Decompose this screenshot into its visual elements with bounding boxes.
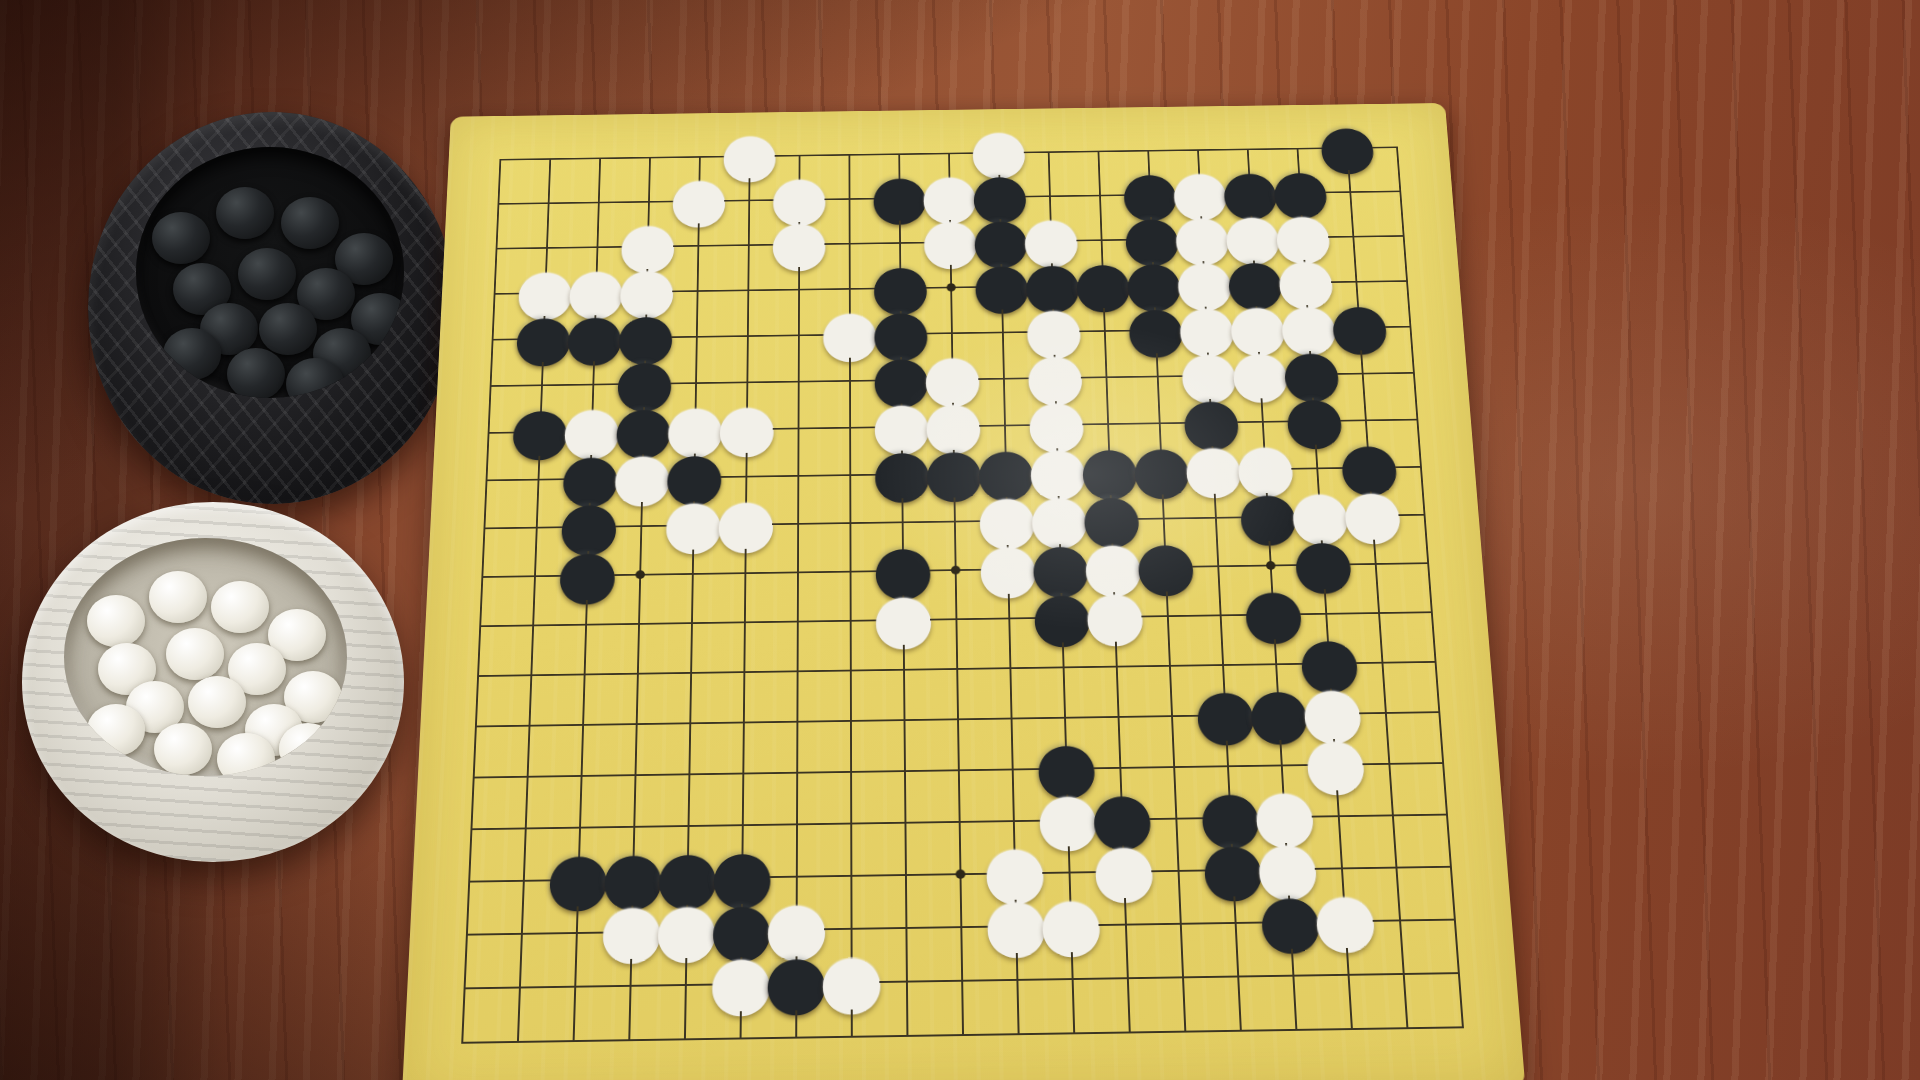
point-7-8[interactable] (772, 452, 824, 500)
point-1-1[interactable] (474, 137, 526, 182)
point-3-3[interactable] (571, 224, 623, 270)
point-18-17[interactable] (1371, 894, 1429, 948)
point-15-8[interactable]: ● (1187, 446, 1241, 494)
point-5-16[interactable]: ● (660, 852, 715, 905)
point-17-11[interactable] (1298, 589, 1354, 639)
point-2-14[interactable] (500, 751, 556, 803)
point-5-13[interactable] (663, 698, 717, 750)
point-17-18[interactable] (1319, 948, 1377, 1003)
point-13-8[interactable]: ● (1083, 447, 1137, 495)
point-8-18[interactable]: ● (824, 955, 879, 1010)
point-5-14[interactable] (662, 748, 717, 800)
point-14-9[interactable] (1137, 494, 1191, 543)
point-5-3[interactable] (673, 223, 724, 269)
point-16-13[interactable]: ● (1251, 689, 1307, 740)
point-19-3[interactable] (1377, 213, 1431, 259)
point-11-19[interactable] (990, 1007, 1047, 1063)
point-3-15[interactable] (552, 801, 608, 854)
point-19-2[interactable] (1374, 169, 1427, 214)
point-8-12[interactable] (824, 645, 877, 696)
point-17-17[interactable]: ● (1316, 894, 1374, 948)
point-4-12[interactable] (611, 648, 665, 699)
point-14-15[interactable] (1148, 792, 1204, 845)
point-8-19[interactable] (824, 1009, 880, 1065)
point-3-5[interactable]: ● (568, 315, 620, 362)
point-6-10[interactable] (719, 548, 772, 598)
point-3-7[interactable]: ● (565, 408, 618, 456)
point-13-9[interactable]: ● (1085, 495, 1139, 544)
point-15-18[interactable] (1209, 949, 1267, 1004)
point-12-8[interactable]: ● (1031, 448, 1084, 496)
point-1-5[interactable] (466, 316, 519, 363)
point-16-6[interactable]: ● (1233, 352, 1287, 399)
point-10-12[interactable] (930, 644, 984, 695)
point-6-7[interactable]: ● (721, 405, 773, 453)
point-15-15[interactable]: ● (1202, 792, 1259, 845)
point-16-12[interactable] (1248, 639, 1304, 690)
point-13-10[interactable]: ● (1086, 543, 1140, 593)
point-12-17[interactable]: ● (1043, 898, 1099, 952)
point-14-3[interactable]: ● (1126, 217, 1178, 263)
point-7-1[interactable] (774, 133, 824, 178)
point-13-19[interactable] (1101, 1005, 1159, 1060)
point-7-4[interactable] (774, 267, 825, 313)
point-11-9[interactable]: ● (981, 496, 1034, 545)
point-5-11[interactable] (665, 598, 719, 648)
point-13-1[interactable] (1073, 129, 1124, 174)
point-10-19[interactable] (935, 1007, 991, 1063)
point-13-18[interactable] (1099, 951, 1156, 1006)
point-11-3[interactable]: ● (975, 219, 1026, 265)
point-11-4[interactable]: ● (976, 264, 1028, 310)
point-9-1[interactable] (874, 132, 924, 177)
point-10-5[interactable] (926, 310, 978, 357)
point-1-9[interactable] (457, 504, 511, 553)
point-2-18[interactable] (491, 960, 548, 1015)
point-11-16[interactable]: ● (987, 847, 1043, 900)
point-2-12[interactable] (504, 650, 559, 701)
point-15-1[interactable] (1172, 128, 1224, 173)
point-9-9[interactable] (876, 498, 929, 547)
point-17-2[interactable]: ● (1274, 170, 1327, 215)
point-11-12[interactable] (983, 643, 1037, 694)
point-4-9[interactable] (615, 502, 668, 551)
point-7-11[interactable] (771, 597, 824, 647)
point-11-18[interactable] (989, 953, 1045, 1008)
point-6-16[interactable]: ● (715, 851, 770, 904)
point-8-13[interactable] (824, 695, 878, 746)
point-1-7[interactable] (462, 409, 516, 457)
point-1-12[interactable] (450, 651, 505, 702)
point-16-18[interactable] (1264, 948, 1322, 1003)
point-4-1[interactable] (624, 135, 675, 180)
point-4-13[interactable] (609, 698, 664, 750)
point-2-17[interactable] (493, 907, 550, 961)
point-12-10[interactable]: ● (1034, 544, 1088, 594)
point-12-18[interactable] (1044, 952, 1101, 1007)
point-6-3[interactable] (723, 222, 774, 268)
point-15-9[interactable] (1189, 493, 1244, 542)
point-4-19[interactable] (601, 1013, 658, 1069)
point-2-13[interactable] (502, 700, 557, 752)
point-15-7[interactable]: ● (1184, 399, 1238, 447)
point-18-2[interactable] (1324, 170, 1377, 215)
point-19-14[interactable] (1414, 737, 1472, 789)
point-12-19[interactable] (1046, 1006, 1103, 1061)
point-17-19[interactable] (1323, 1001, 1382, 1056)
point-7-10[interactable] (772, 548, 825, 598)
point-7-14[interactable] (770, 747, 824, 799)
point-17-4[interactable]: ● (1279, 259, 1332, 305)
point-13-16[interactable]: ● (1096, 845, 1152, 898)
point-18-4[interactable] (1330, 259, 1384, 305)
point-15-3[interactable]: ● (1176, 216, 1229, 262)
point-5-1[interactable] (674, 135, 725, 180)
point-19-15[interactable] (1418, 788, 1476, 841)
point-8-7[interactable] (824, 404, 876, 452)
point-18-19[interactable] (1378, 1001, 1437, 1056)
point-6-13[interactable] (717, 697, 771, 749)
point-12-15[interactable]: ● (1040, 794, 1096, 847)
point-13-7[interactable] (1082, 400, 1135, 448)
point-3-14[interactable] (554, 750, 609, 802)
point-9-13[interactable] (878, 694, 932, 745)
point-16-2[interactable]: ● (1224, 171, 1276, 216)
point-19-17[interactable] (1426, 893, 1485, 947)
point-14-13[interactable] (1144, 690, 1200, 741)
point-8-10[interactable] (824, 547, 877, 597)
point-3-8[interactable]: ● (564, 455, 617, 503)
point-17-9[interactable]: ● (1293, 492, 1348, 541)
point-9-14[interactable] (878, 745, 932, 797)
point-6-11[interactable] (718, 597, 771, 647)
point-4-17[interactable]: ● (604, 905, 660, 959)
point-7-6[interactable] (773, 358, 825, 405)
point-4-5[interactable]: ● (620, 314, 672, 361)
point-16-17[interactable]: ● (1262, 895, 1320, 949)
point-2-3[interactable] (521, 225, 573, 271)
point-19-13[interactable] (1411, 687, 1468, 738)
point-17-16[interactable] (1313, 842, 1371, 895)
point-13-14[interactable] (1093, 742, 1149, 794)
point-18-18[interactable] (1374, 947, 1433, 1002)
point-2-6[interactable] (515, 362, 568, 409)
point-10-17[interactable] (934, 900, 990, 954)
point-16-19[interactable] (1267, 1002, 1326, 1057)
point-8-9[interactable] (824, 499, 876, 548)
point-8-1[interactable] (824, 133, 874, 178)
point-10-13[interactable] (931, 694, 985, 745)
point-6-2[interactable] (724, 178, 775, 223)
point-6-18[interactable]: ● (713, 957, 769, 1012)
point-1-10[interactable] (455, 552, 510, 602)
point-10-10[interactable] (929, 545, 982, 595)
point-14-19[interactable] (1156, 1004, 1214, 1059)
point-1-4[interactable] (468, 271, 521, 317)
point-5-18[interactable] (658, 958, 714, 1013)
point-17-7[interactable]: ● (1287, 397, 1341, 445)
point-5-9[interactable]: ● (667, 501, 720, 550)
point-19-5[interactable] (1383, 303, 1437, 350)
point-3-13[interactable] (555, 699, 610, 751)
point-4-18[interactable] (602, 958, 659, 1013)
point-19-8[interactable] (1393, 443, 1448, 491)
point-16-16[interactable]: ● (1259, 843, 1316, 896)
point-12-4[interactable]: ● (1027, 263, 1079, 309)
point-14-6[interactable] (1131, 353, 1184, 400)
point-12-14[interactable]: ● (1039, 743, 1094, 795)
point-18-1[interactable]: ● (1321, 126, 1374, 171)
point-11-7[interactable] (979, 402, 1032, 450)
point-12-6[interactable]: ● (1029, 354, 1082, 401)
point-9-7[interactable]: ● (876, 403, 928, 451)
point-15-12[interactable] (1195, 640, 1251, 691)
point-1-14[interactable] (446, 752, 502, 804)
point-17-6[interactable]: ● (1284, 351, 1338, 398)
point-1-2[interactable] (472, 181, 524, 226)
point-17-8[interactable] (1290, 444, 1345, 492)
point-12-9[interactable]: ● (1033, 496, 1087, 545)
point-3-19[interactable] (545, 1013, 602, 1069)
point-17-5[interactable]: ● (1282, 305, 1336, 352)
point-5-7[interactable]: ● (669, 406, 721, 454)
point-17-10[interactable]: ● (1296, 540, 1351, 590)
point-18-3[interactable] (1327, 214, 1380, 260)
point-4-6[interactable]: ● (618, 360, 670, 407)
point-4-14[interactable] (608, 749, 663, 801)
point-13-2[interactable] (1074, 173, 1126, 218)
point-7-2[interactable]: ● (774, 177, 824, 222)
point-3-9[interactable]: ● (562, 502, 616, 551)
point-18-15[interactable] (1364, 789, 1422, 842)
point-5-8[interactable]: ● (668, 453, 721, 501)
point-9-2[interactable]: ● (874, 176, 925, 221)
point-6-8[interactable] (720, 452, 772, 500)
point-14-10[interactable]: ● (1139, 542, 1194, 592)
point-3-17[interactable] (548, 906, 605, 960)
point-7-18[interactable]: ● (769, 956, 824, 1011)
point-6-5[interactable] (722, 313, 774, 360)
point-12-12[interactable] (1036, 642, 1091, 693)
point-17-15[interactable] (1310, 790, 1367, 843)
point-6-15[interactable] (715, 799, 770, 852)
point-6-9[interactable]: ● (719, 500, 772, 549)
point-2-1[interactable] (524, 137, 575, 182)
point-12-16[interactable] (1042, 846, 1098, 899)
point-9-4[interactable]: ● (875, 265, 926, 311)
point-14-7[interactable] (1133, 399, 1187, 447)
point-10-11[interactable] (930, 594, 984, 644)
point-19-19[interactable] (1433, 1000, 1493, 1055)
point-12-7[interactable]: ● (1030, 401, 1083, 449)
point-14-2[interactable]: ● (1124, 172, 1176, 217)
point-16-7[interactable] (1236, 398, 1290, 446)
point-2-4[interactable]: ● (519, 270, 571, 316)
point-15-6[interactable]: ● (1182, 352, 1236, 399)
point-10-16[interactable] (933, 848, 988, 901)
point-18-8[interactable]: ● (1342, 444, 1397, 492)
point-6-4[interactable] (723, 267, 774, 313)
point-6-1[interactable]: ● (724, 134, 774, 179)
point-9-18[interactable] (879, 954, 935, 1009)
point-7-3[interactable]: ● (774, 222, 825, 268)
point-16-1[interactable] (1222, 127, 1274, 172)
point-7-19[interactable] (768, 1010, 824, 1066)
point-12-3[interactable]: ● (1025, 218, 1077, 264)
point-13-3[interactable] (1076, 217, 1128, 263)
point-8-17[interactable] (824, 902, 879, 956)
point-16-15[interactable]: ● (1256, 791, 1313, 844)
point-2-19[interactable] (489, 1014, 547, 1070)
point-4-15[interactable] (606, 800, 661, 853)
point-3-1[interactable] (574, 136, 625, 181)
point-4-2[interactable] (623, 179, 674, 224)
point-18-13[interactable] (1358, 687, 1415, 738)
point-7-15[interactable] (770, 798, 824, 851)
point-14-8[interactable]: ● (1135, 447, 1189, 495)
point-8-5[interactable]: ● (824, 311, 875, 358)
point-3-16[interactable]: ● (550, 853, 606, 907)
point-5-19[interactable] (657, 1012, 714, 1068)
point-5-6[interactable] (670, 360, 722, 407)
point-11-5[interactable] (977, 309, 1029, 356)
point-11-1[interactable]: ● (974, 131, 1025, 176)
point-10-15[interactable] (932, 796, 987, 849)
point-17-1[interactable] (1271, 126, 1323, 171)
point-2-11[interactable] (506, 600, 561, 650)
point-19-11[interactable] (1404, 587, 1460, 637)
point-5-10[interactable] (666, 549, 719, 599)
point-15-5[interactable]: ● (1180, 306, 1233, 353)
point-1-13[interactable] (448, 701, 504, 753)
point-14-1[interactable] (1122, 129, 1174, 174)
point-10-14[interactable] (932, 744, 987, 796)
point-18-7[interactable] (1339, 397, 1394, 445)
point-9-11[interactable]: ● (877, 595, 930, 645)
point-9-19[interactable] (879, 1008, 935, 1064)
point-17-13[interactable]: ● (1304, 688, 1361, 739)
point-15-2[interactable]: ● (1174, 172, 1226, 217)
point-19-9[interactable] (1397, 490, 1453, 539)
point-19-10[interactable] (1400, 539, 1456, 589)
point-4-10[interactable] (613, 550, 667, 600)
point-12-11[interactable]: ● (1035, 593, 1089, 643)
point-14-18[interactable] (1154, 950, 1211, 1005)
point-11-11[interactable] (982, 593, 1036, 643)
point-1-17[interactable] (438, 908, 495, 962)
point-7-5[interactable] (773, 312, 824, 359)
point-8-8[interactable] (824, 451, 876, 499)
point-5-12[interactable] (664, 648, 718, 699)
point-5-5[interactable] (671, 313, 723, 360)
point-5-4[interactable] (672, 268, 724, 314)
point-12-2[interactable] (1024, 174, 1075, 219)
point-13-6[interactable] (1080, 354, 1133, 401)
point-6-19[interactable] (712, 1011, 768, 1067)
point-17-12[interactable]: ● (1301, 638, 1357, 689)
point-2-10[interactable] (508, 551, 562, 601)
point-18-10[interactable] (1348, 539, 1404, 589)
point-12-1[interactable] (1023, 130, 1074, 175)
point-19-12[interactable] (1407, 637, 1464, 688)
point-16-3[interactable]: ● (1226, 215, 1279, 261)
point-13-15[interactable]: ● (1094, 793, 1150, 846)
point-11-13[interactable] (984, 693, 1039, 744)
point-9-17[interactable] (879, 901, 934, 955)
point-6-17[interactable]: ● (714, 903, 769, 957)
point-3-6[interactable] (567, 361, 620, 408)
point-9-10[interactable]: ● (877, 546, 930, 596)
point-4-3[interactable]: ● (622, 224, 674, 270)
point-10-7[interactable]: ● (927, 402, 979, 450)
point-18-14[interactable] (1361, 738, 1418, 790)
point-19-4[interactable] (1380, 258, 1434, 304)
point-2-7[interactable]: ● (513, 408, 566, 456)
point-5-17[interactable]: ● (659, 904, 715, 958)
point-7-7[interactable] (773, 405, 825, 453)
point-8-3[interactable] (824, 221, 875, 267)
point-11-17[interactable]: ● (988, 899, 1044, 953)
point-18-12[interactable] (1354, 637, 1411, 688)
point-15-11[interactable] (1193, 590, 1248, 640)
point-1-15[interactable] (443, 803, 500, 856)
point-16-5[interactable]: ● (1231, 306, 1284, 353)
point-18-5[interactable]: ● (1333, 304, 1387, 351)
point-1-8[interactable] (459, 456, 513, 504)
point-13-11[interactable]: ● (1088, 592, 1143, 642)
point-17-3[interactable]: ● (1277, 215, 1330, 261)
point-2-8[interactable] (512, 455, 566, 503)
point-8-6[interactable] (824, 357, 875, 404)
point-3-11[interactable] (559, 600, 613, 650)
point-7-12[interactable] (771, 646, 824, 697)
point-15-16[interactable]: ● (1205, 843, 1262, 896)
point-10-4[interactable] (926, 264, 977, 310)
point-10-8[interactable]: ● (928, 449, 981, 497)
point-7-13[interactable] (770, 696, 824, 747)
point-18-9[interactable]: ● (1345, 491, 1400, 540)
point-6-12[interactable] (717, 647, 771, 698)
point-13-17[interactable] (1098, 898, 1155, 952)
point-13-4[interactable]: ● (1077, 262, 1129, 308)
point-11-15[interactable] (986, 795, 1041, 848)
point-10-1[interactable] (924, 131, 975, 176)
point-4-4[interactable]: ● (621, 269, 673, 315)
point-10-18[interactable] (934, 953, 990, 1008)
point-14-14[interactable] (1146, 741, 1202, 793)
point-13-5[interactable] (1079, 308, 1132, 355)
point-19-1[interactable] (1371, 125, 1424, 169)
point-3-2[interactable] (573, 180, 625, 225)
point-12-5[interactable]: ● (1028, 308, 1080, 355)
point-9-15[interactable] (878, 796, 933, 849)
point-4-8[interactable]: ● (616, 454, 669, 502)
point-4-16[interactable]: ● (605, 852, 661, 905)
point-18-11[interactable] (1351, 588, 1407, 638)
point-3-18[interactable] (547, 959, 604, 1014)
point-9-6[interactable]: ● (876, 357, 928, 404)
point-3-10[interactable]: ● (560, 551, 614, 601)
point-9-8[interactable]: ● (876, 450, 928, 498)
point-5-2[interactable]: ● (674, 179, 725, 224)
point-16-9[interactable]: ● (1241, 493, 1296, 542)
point-8-15[interactable] (824, 797, 878, 850)
point-6-6[interactable] (721, 359, 773, 406)
point-16-10[interactable] (1243, 541, 1298, 591)
point-15-17[interactable] (1207, 896, 1264, 950)
point-15-10[interactable] (1191, 542, 1246, 592)
point-8-2[interactable] (824, 177, 874, 222)
